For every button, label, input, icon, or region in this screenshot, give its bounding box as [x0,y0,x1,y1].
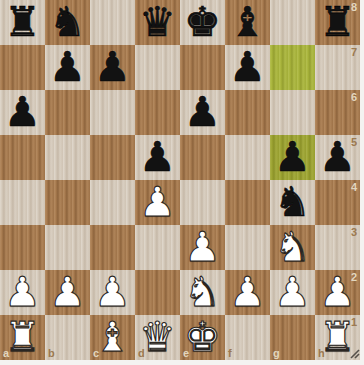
black-pawn[interactable]: ♟ [184,90,221,135]
square-d4[interactable]: ♟ [135,180,180,225]
square-b8[interactable]: ♞ [45,0,90,45]
square-c6[interactable] [90,90,135,135]
square-g8[interactable] [270,0,315,45]
square-g2[interactable]: ♟ [270,270,315,315]
white-bishop[interactable]: ♝ [94,315,131,360]
black-bishop[interactable]: ♝ [229,0,266,45]
chess-board: ♜♞♛♚♝♜8♟♟♟7♟♟6♟♟♟5♟♞4♟♞3♟♟♟♞♟♟♟2♜ab♝c♛d♚… [0,0,360,360]
square-c2[interactable]: ♟ [90,270,135,315]
black-knight[interactable]: ♞ [274,180,311,225]
black-pawn[interactable]: ♟ [4,90,41,135]
square-b7[interactable]: ♟ [45,45,90,90]
square-f6[interactable] [225,90,270,135]
square-g3[interactable]: ♞ [270,225,315,270]
square-e8[interactable]: ♚ [180,0,225,45]
black-king[interactable]: ♚ [184,0,221,45]
square-h3[interactable]: 3 [315,225,360,270]
square-h7[interactable]: 7 [315,45,360,90]
square-e2[interactable]: ♞ [180,270,225,315]
white-king[interactable]: ♚ [184,315,221,360]
white-pawn[interactable]: ♟ [49,270,86,315]
black-pawn[interactable]: ♟ [94,45,131,90]
square-f5[interactable] [225,135,270,180]
square-g1[interactable]: g [270,315,315,360]
square-b1[interactable]: b [45,315,90,360]
square-e7[interactable] [180,45,225,90]
white-pawn[interactable]: ♟ [184,225,221,270]
square-f3[interactable] [225,225,270,270]
black-rook[interactable]: ♜ [319,0,356,45]
square-a3[interactable] [0,225,45,270]
rank-label-7: 7 [351,46,357,58]
black-pawn[interactable]: ♟ [229,45,266,90]
square-c8[interactable] [90,0,135,45]
square-a6[interactable]: ♟ [0,90,45,135]
white-rook[interactable]: ♜ [4,315,41,360]
square-b5[interactable] [45,135,90,180]
black-pawn[interactable]: ♟ [274,135,311,180]
white-pawn[interactable]: ♟ [94,270,131,315]
black-pawn[interactable]: ♟ [139,135,176,180]
black-pawn[interactable]: ♟ [319,135,356,180]
square-e6[interactable]: ♟ [180,90,225,135]
square-b2[interactable]: ♟ [45,270,90,315]
square-c3[interactable] [90,225,135,270]
square-a8[interactable]: ♜ [0,0,45,45]
square-b3[interactable] [45,225,90,270]
rank-label-3: 3 [351,226,357,238]
file-label-f: f [228,347,232,359]
square-e4[interactable] [180,180,225,225]
square-e3[interactable]: ♟ [180,225,225,270]
square-h8[interactable]: ♜8 [315,0,360,45]
square-d5[interactable]: ♟ [135,135,180,180]
square-f2[interactable]: ♟ [225,270,270,315]
square-g5[interactable]: ♟ [270,135,315,180]
board-resize-handle-icon[interactable] [349,348,360,359]
chess-app-stage: ♜♞♛♚♝♜8♟♟♟7♟♟6♟♟♟5♟♞4♟♞3♟♟♟♞♟♟♟2♜ab♝c♛d♚… [0,0,364,365]
black-queen[interactable]: ♛ [139,0,176,45]
square-f8[interactable]: ♝ [225,0,270,45]
square-h6[interactable]: 6 [315,90,360,135]
file-label-g: g [273,347,280,359]
white-pawn[interactable]: ♟ [4,270,41,315]
square-e5[interactable] [180,135,225,180]
white-pawn[interactable]: ♟ [319,270,356,315]
square-f7[interactable]: ♟ [225,45,270,90]
rank-label-4: 4 [351,181,357,193]
square-d7[interactable] [135,45,180,90]
white-knight[interactable]: ♞ [274,225,311,270]
bottom-gutter [0,360,364,365]
right-gutter [360,0,364,365]
square-f4[interactable] [225,180,270,225]
white-queen[interactable]: ♛ [139,315,176,360]
square-a4[interactable] [0,180,45,225]
square-a1[interactable]: ♜a [0,315,45,360]
white-pawn[interactable]: ♟ [139,180,176,225]
square-d8[interactable]: ♛ [135,0,180,45]
square-f1[interactable]: f [225,315,270,360]
square-c4[interactable] [90,180,135,225]
square-b6[interactable] [45,90,90,135]
rank-label-6: 6 [351,91,357,103]
square-c7[interactable]: ♟ [90,45,135,90]
square-c1[interactable]: ♝c [90,315,135,360]
white-pawn[interactable]: ♟ [274,270,311,315]
white-knight[interactable]: ♞ [184,270,221,315]
square-d6[interactable] [135,90,180,135]
square-b4[interactable] [45,180,90,225]
square-g4[interactable]: ♞ [270,180,315,225]
square-c5[interactable] [90,135,135,180]
square-e1[interactable]: ♚e [180,315,225,360]
white-pawn[interactable]: ♟ [229,270,266,315]
square-g7[interactable] [270,45,315,90]
file-label-b: b [48,347,55,359]
square-h2[interactable]: ♟2 [315,270,360,315]
square-h5[interactable]: ♟5 [315,135,360,180]
square-g6[interactable] [270,90,315,135]
square-a5[interactable] [0,135,45,180]
square-a2[interactable]: ♟ [0,270,45,315]
black-rook[interactable]: ♜ [4,0,41,45]
square-h4[interactable]: 4 [315,180,360,225]
square-d2[interactable] [135,270,180,315]
black-pawn[interactable]: ♟ [49,45,86,90]
square-a7[interactable] [0,45,45,90]
square-d3[interactable] [135,225,180,270]
square-d1[interactable]: ♛d [135,315,180,360]
black-knight[interactable]: ♞ [49,0,86,45]
